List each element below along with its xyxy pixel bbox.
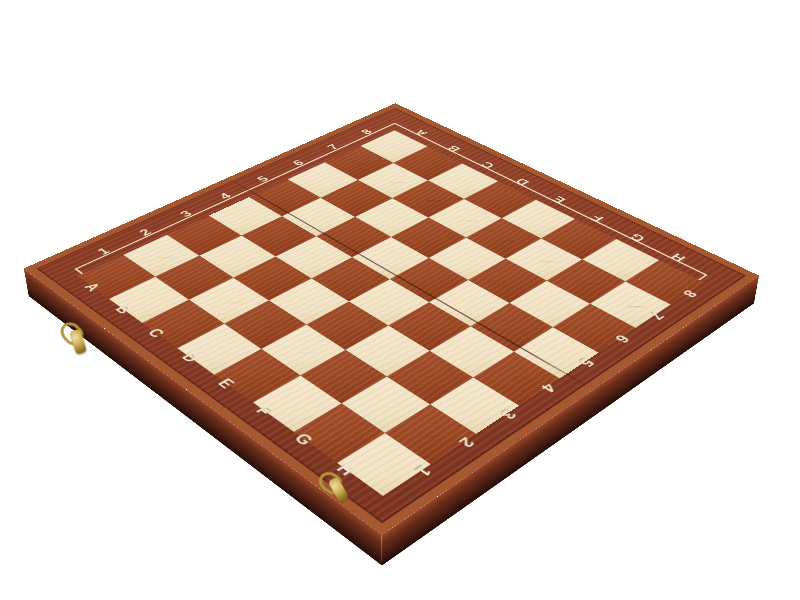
product-photo-stage: ♜♞♝♚♛♝♞♜♟♟♟♟♟♟♟♟♟♟♟♟♟♟♟♟♜♞♝♛♚♝♞♜ ABCDEFG… (0, 0, 800, 600)
chess-board: ♜♞♝♚♛♝♞♜♟♟♟♟♟♟♟♟♟♟♟♟♟♟♟♟♜♞♝♛♚♝♞♜ ABCDEFG… (24, 103, 759, 535)
white-rook-icon: ♜ (343, 391, 417, 473)
board-grid: ♜♞♝♚♛♝♞♜♟♟♟♟♟♟♟♟♟♟♟♟♟♟♟♟♜♞♝♛♚♝♞♜ (77, 130, 704, 496)
board-frame: ♜♞♝♚♛♝♞♜♟♟♟♟♟♟♟♟♟♟♟♟♟♟♟♟♜♞♝♛♚♝♞♜ ABCDEFG… (24, 103, 759, 535)
black-pawn-icon: ♟ (602, 256, 652, 312)
clasp-plate-icon (69, 329, 87, 355)
black-pawn-icon: ♟ (559, 234, 608, 289)
black-pawn-icon: ♟ (517, 213, 565, 266)
